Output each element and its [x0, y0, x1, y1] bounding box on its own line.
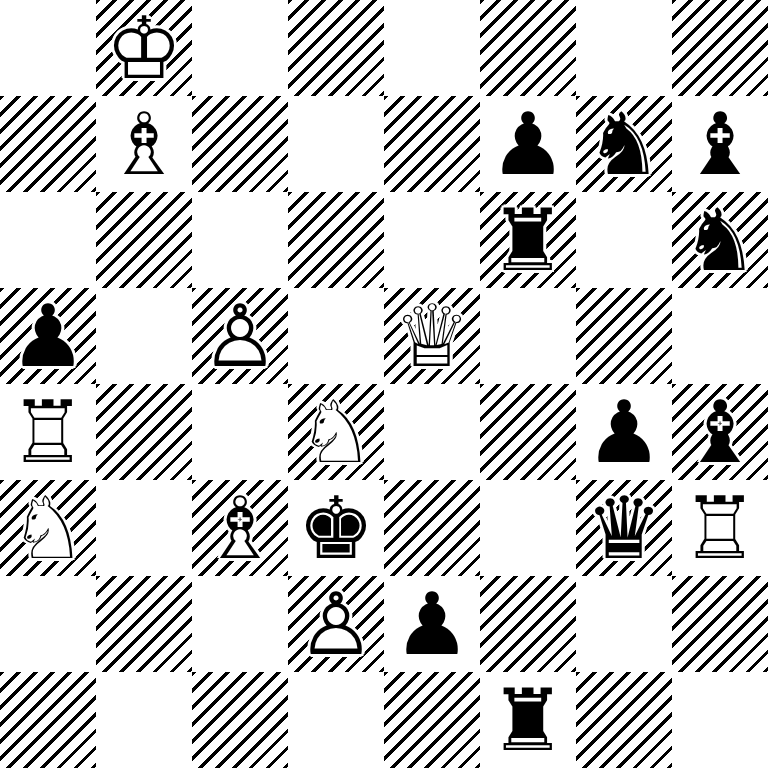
square-b1[interactable] — [96, 672, 192, 768]
square-f7[interactable]: ♟ — [480, 96, 576, 192]
piece-black-knight[interactable]: ♞ — [576, 96, 672, 192]
square-c7[interactable] — [192, 96, 288, 192]
square-c3[interactable]: ♝♗ — [192, 480, 288, 576]
square-a8[interactable] — [0, 0, 96, 96]
square-e1[interactable] — [384, 672, 480, 768]
square-b4[interactable] — [96, 384, 192, 480]
square-g6[interactable] — [576, 192, 672, 288]
square-e5[interactable]: ♛♕ — [384, 288, 480, 384]
square-a3[interactable]: ♞♘ — [0, 480, 96, 576]
piece-white-bishop[interactable]: ♝♗ — [192, 480, 288, 576]
piece-outline-layer: ♙ — [288, 576, 384, 672]
piece-glyph: ♝ — [672, 96, 768, 192]
square-f3[interactable] — [480, 480, 576, 576]
square-e6[interactable] — [384, 192, 480, 288]
square-e8[interactable] — [384, 0, 480, 96]
piece-outline-layer: ♔ — [96, 0, 192, 96]
piece-glyph: ♜ — [480, 192, 576, 288]
square-f2[interactable] — [480, 576, 576, 672]
piece-black-pawn[interactable]: ♟ — [384, 576, 480, 672]
square-b7[interactable]: ♝♗ — [96, 96, 192, 192]
square-a4[interactable]: ♜♖ — [0, 384, 96, 480]
piece-black-pawn[interactable]: ♟ — [0, 288, 96, 384]
piece-white-pawn[interactable]: ♟♙ — [288, 576, 384, 672]
piece-outline-layer: ♗ — [96, 96, 192, 192]
square-a5[interactable]: ♟ — [0, 288, 96, 384]
square-a7[interactable] — [0, 96, 96, 192]
piece-black-king[interactable]: ♚ — [288, 480, 384, 576]
square-d8[interactable] — [288, 0, 384, 96]
square-g5[interactable] — [576, 288, 672, 384]
square-a6[interactable] — [0, 192, 96, 288]
square-c4[interactable] — [192, 384, 288, 480]
piece-glyph: ♛ — [576, 480, 672, 576]
square-g1[interactable] — [576, 672, 672, 768]
square-g7[interactable]: ♞ — [576, 96, 672, 192]
piece-glyph: ♟ — [384, 576, 480, 672]
square-g2[interactable] — [576, 576, 672, 672]
piece-white-queen[interactable]: ♛♕ — [384, 288, 480, 384]
piece-white-king[interactable]: ♚♔ — [96, 0, 192, 96]
square-g8[interactable] — [576, 0, 672, 96]
square-a2[interactable] — [0, 576, 96, 672]
piece-glyph: ♜ — [480, 672, 576, 768]
piece-outline-layer: ♕ — [384, 288, 480, 384]
square-h1[interactable] — [672, 672, 768, 768]
square-d1[interactable] — [288, 672, 384, 768]
piece-white-rook[interactable]: ♜♖ — [672, 480, 768, 576]
piece-black-pawn[interactable]: ♟ — [480, 96, 576, 192]
piece-black-bishop[interactable]: ♝ — [672, 384, 768, 480]
square-h5[interactable] — [672, 288, 768, 384]
square-c1[interactable] — [192, 672, 288, 768]
square-d2[interactable]: ♟♙ — [288, 576, 384, 672]
piece-white-knight[interactable]: ♞♘ — [0, 480, 96, 576]
square-e7[interactable] — [384, 96, 480, 192]
piece-outline-layer: ♘ — [0, 480, 96, 576]
square-a1[interactable] — [0, 672, 96, 768]
square-d5[interactable] — [288, 288, 384, 384]
square-b8[interactable]: ♚♔ — [96, 0, 192, 96]
piece-white-rook[interactable]: ♜♖ — [0, 384, 96, 480]
square-c6[interactable] — [192, 192, 288, 288]
piece-outline-layer: ♗ — [192, 480, 288, 576]
square-e3[interactable] — [384, 480, 480, 576]
square-g3[interactable]: ♛ — [576, 480, 672, 576]
square-h8[interactable] — [672, 0, 768, 96]
piece-outline-layer: ♖ — [0, 384, 96, 480]
piece-glyph: ♟ — [480, 96, 576, 192]
piece-white-knight[interactable]: ♞♘ — [288, 384, 384, 480]
square-f1[interactable]: ♜ — [480, 672, 576, 768]
square-h2[interactable] — [672, 576, 768, 672]
piece-white-bishop[interactable]: ♝♗ — [96, 96, 192, 192]
square-d4[interactable]: ♞♘ — [288, 384, 384, 480]
square-c5[interactable]: ♟♙ — [192, 288, 288, 384]
square-b2[interactable] — [96, 576, 192, 672]
piece-black-bishop[interactable]: ♝ — [672, 96, 768, 192]
piece-glyph: ♟ — [0, 288, 96, 384]
piece-black-knight[interactable]: ♞ — [672, 192, 768, 288]
square-b6[interactable] — [96, 192, 192, 288]
square-h3[interactable]: ♜♖ — [672, 480, 768, 576]
piece-outline-layer: ♘ — [288, 384, 384, 480]
piece-black-rook[interactable]: ♜ — [480, 192, 576, 288]
piece-glyph: ♝ — [672, 384, 768, 480]
piece-black-pawn[interactable]: ♟ — [576, 384, 672, 480]
piece-glyph: ♟ — [576, 384, 672, 480]
square-f5[interactable] — [480, 288, 576, 384]
chess-board: ♚♔♝♗♟♞♝♜♞♟♟♙♛♕♜♖♞♘♟♝♞♘♝♗♚♛♜♖♟♙♟♜ — [0, 0, 768, 768]
square-g4[interactable]: ♟ — [576, 384, 672, 480]
square-h7[interactable]: ♝ — [672, 96, 768, 192]
square-h6[interactable]: ♞ — [672, 192, 768, 288]
square-c2[interactable] — [192, 576, 288, 672]
square-e4[interactable] — [384, 384, 480, 480]
square-h4[interactable]: ♝ — [672, 384, 768, 480]
piece-outline-layer: ♙ — [192, 288, 288, 384]
square-d7[interactable] — [288, 96, 384, 192]
piece-glyph: ♚ — [288, 480, 384, 576]
piece-glyph: ♞ — [672, 192, 768, 288]
square-e2[interactable]: ♟ — [384, 576, 480, 672]
square-c8[interactable] — [192, 0, 288, 96]
square-f8[interactable] — [480, 0, 576, 96]
square-f6[interactable]: ♜ — [480, 192, 576, 288]
square-d3[interactable]: ♚ — [288, 480, 384, 576]
piece-black-queen[interactable]: ♛ — [576, 480, 672, 576]
piece-glyph: ♞ — [576, 96, 672, 192]
piece-white-pawn[interactable]: ♟♙ — [192, 288, 288, 384]
square-b5[interactable] — [96, 288, 192, 384]
piece-black-rook[interactable]: ♜ — [480, 672, 576, 768]
square-f4[interactable] — [480, 384, 576, 480]
square-d6[interactable] — [288, 192, 384, 288]
square-b3[interactable] — [96, 480, 192, 576]
piece-outline-layer: ♖ — [672, 480, 768, 576]
